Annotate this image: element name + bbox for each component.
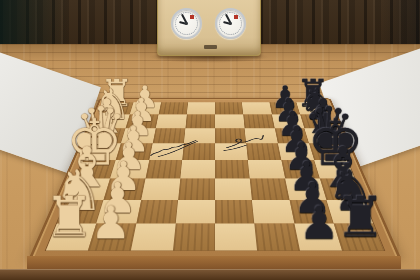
square-f3[interactable] — [141, 179, 180, 200]
clock-dial-left — [171, 8, 202, 39]
clock-flag-icon — [190, 15, 194, 19]
signature-right — [220, 133, 270, 152]
square-f6[interactable] — [250, 179, 289, 200]
clock-pin-icon — [229, 22, 232, 25]
square-h3[interactable] — [130, 223, 175, 250]
square-h5[interactable] — [215, 223, 257, 250]
clock-pin-icon — [185, 22, 188, 25]
signature-left — [148, 137, 203, 159]
piece-black-rook-h8[interactable]: ♜ — [336, 189, 386, 245]
square-a4[interactable] — [187, 102, 215, 114]
square-h6[interactable] — [255, 223, 300, 250]
square-b6[interactable] — [243, 115, 274, 129]
piece-black-pawn-h7[interactable]: ♟ — [299, 200, 340, 245]
square-g5[interactable] — [215, 200, 255, 224]
clock-brand-label — [204, 45, 217, 49]
square-e3[interactable] — [145, 160, 182, 179]
chess-clock — [157, 0, 261, 56]
square-f4[interactable] — [178, 179, 215, 200]
square-a6[interactable] — [242, 102, 272, 114]
square-e4[interactable] — [180, 160, 215, 179]
chess-board: ♜♟♟♜♞♟♟♞♝♟♟♝♛♟♟♛♚♟♟♚♝♟♟♝♞♟♟♞♜♟♟♜ — [28, 98, 402, 260]
square-h2[interactable]: ♟ — [88, 223, 136, 250]
square-g4[interactable] — [175, 200, 215, 224]
square-a5[interactable] — [215, 102, 243, 114]
square-e5[interactable] — [215, 160, 250, 179]
square-g6[interactable] — [252, 200, 294, 224]
piece-white-rook-h1[interactable]: ♜ — [44, 189, 94, 245]
photo-of-chess-set: ♜♟♟♜♞♟♟♞♝♟♟♝♛♟♟♛♚♟♟♚♝♟♟♝♞♟♟♞♜♟♟♜ — [0, 0, 420, 280]
square-b3[interactable] — [155, 115, 186, 129]
square-h8[interactable]: ♜ — [334, 223, 385, 250]
square-h4[interactable] — [173, 223, 215, 250]
clock-dial-right — [215, 8, 246, 39]
table-front-edge — [0, 269, 420, 280]
square-f5[interactable] — [215, 179, 252, 200]
square-e6[interactable] — [248, 160, 285, 179]
square-b5[interactable] — [215, 115, 245, 129]
square-g3[interactable] — [136, 200, 178, 224]
square-h1[interactable]: ♜ — [46, 223, 97, 250]
clock-flag-icon — [234, 15, 238, 19]
square-a3[interactable] — [158, 102, 188, 114]
piece-white-pawn-h2[interactable]: ♟ — [90, 200, 131, 245]
chess-board-squares: ♜♟♟♜♞♟♟♞♝♟♟♝♛♟♟♛♚♟♟♚♝♟♟♝♞♟♟♞♜♟♟♜ — [45, 102, 386, 251]
square-b4[interactable] — [185, 115, 215, 129]
